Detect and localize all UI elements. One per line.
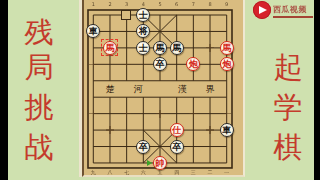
piece-red-馬[interactable]: 馬	[103, 41, 117, 55]
piece-black-車[interactable]: 車	[86, 24, 100, 38]
file-label-top: 6	[173, 1, 181, 8]
point-marker	[123, 110, 131, 118]
piece-black-士[interactable]: 士	[136, 8, 150, 22]
board-layer[interactable]: 士車将士馬馬卒車卒卒馬馬炮炮仕帥123456789九八七六五四三二一	[84, 0, 243, 177]
left-black-bar	[0, 0, 8, 180]
file-label-top: 8	[206, 1, 214, 8]
file-label-top: 1	[89, 1, 97, 8]
point-marker	[89, 60, 97, 68]
banner-char: 起	[272, 50, 304, 84]
banner-char: 战	[23, 130, 55, 164]
point-marker	[189, 110, 197, 118]
banner-char: 残	[23, 15, 55, 49]
point-marker	[156, 110, 164, 118]
piece-black-将[interactable]: 将	[136, 24, 150, 38]
right-banner: 起学棋	[245, 0, 314, 180]
banner-char: 棋	[272, 130, 304, 164]
piece-black-卒[interactable]: 卒	[153, 57, 167, 71]
piece-black-卒[interactable]: 卒	[170, 140, 184, 154]
piece-red-炮[interactable]: 炮	[186, 57, 200, 71]
file-label-bottom: 一	[223, 169, 231, 176]
banner-char: 局	[23, 50, 55, 84]
file-label-top: 3	[123, 1, 131, 8]
file-label-top: 9	[223, 1, 231, 8]
point-marker	[123, 60, 131, 68]
file-label-bottom: 八	[106, 169, 114, 176]
point-marker	[223, 110, 231, 118]
piece-black-馬[interactable]: 馬	[153, 41, 167, 55]
file-label-bottom: 九	[89, 169, 97, 176]
play-triangle-icon	[259, 6, 267, 14]
file-label-bottom: 四	[173, 169, 181, 176]
file-label-bottom: 五	[156, 169, 164, 176]
play-icon[interactable]	[253, 1, 271, 19]
point-marker	[206, 126, 214, 134]
piece-black-車[interactable]: 車	[220, 123, 234, 137]
left-banner: 残局挑战	[8, 0, 81, 180]
point-marker	[206, 44, 214, 52]
file-label-bottom: 二	[206, 169, 214, 176]
banner-char: 学	[272, 90, 304, 124]
xiangqi-board[interactable]: 楚 河 漢 界 士車将士馬馬卒車卒卒馬馬炮炮仕帥123456789九八七六五四三…	[82, 0, 245, 177]
point-marker	[89, 110, 97, 118]
file-label-top: 4	[139, 1, 147, 8]
piece-red-仕[interactable]: 仕	[170, 123, 184, 137]
file-label-top: 2	[106, 1, 114, 8]
piece-red-馬[interactable]: 馬	[220, 41, 234, 55]
right-black-bar	[314, 0, 320, 180]
logo-text: 西瓜视频	[273, 3, 313, 18]
file-label-top: 7	[189, 1, 197, 8]
piece-red-帥[interactable]: 帥	[153, 156, 167, 170]
point-marker	[106, 126, 114, 134]
turn-indicator-arrow	[147, 160, 152, 166]
xigua-video-logo[interactable]: 西瓜视频	[253, 1, 313, 21]
piece-black-馬[interactable]: 馬	[170, 41, 184, 55]
file-label-bottom: 三	[189, 169, 197, 176]
file-label-top: 5	[156, 1, 164, 8]
piece-black-士[interactable]: 士	[136, 41, 150, 55]
last-move-origin-marker	[121, 10, 131, 20]
banner-char: 挑	[23, 90, 55, 124]
piece-black-卒[interactable]: 卒	[136, 140, 150, 154]
piece-red-炮[interactable]: 炮	[220, 57, 234, 71]
file-label-bottom: 六	[139, 169, 147, 176]
file-label-bottom: 七	[123, 169, 131, 176]
